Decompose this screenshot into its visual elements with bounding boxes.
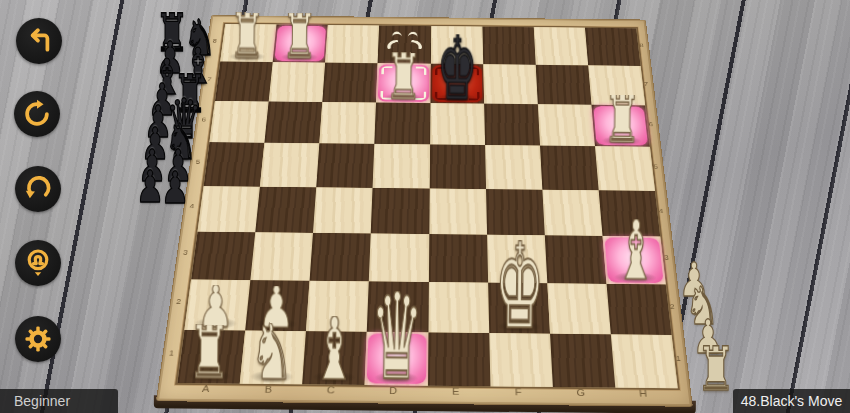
file-label-G: G: [549, 387, 613, 403]
file-label-B: B: [236, 384, 300, 399]
square-c6[interactable]: [320, 102, 377, 144]
piece-white-rook-a1[interactable]: ♜: [188, 324, 231, 382]
square-a4[interactable]: [198, 186, 260, 232]
piece-white-rook-a8[interactable]: ♜: [229, 12, 265, 61]
square-g8[interactable]: [534, 27, 589, 65]
move-status-badge: 48.Black's Move: [733, 389, 850, 413]
square-b8[interactable]: ♜: [273, 24, 328, 62]
square-a6[interactable]: [209, 101, 268, 143]
square-f5[interactable]: [485, 145, 542, 189]
piece-white-rook-h6[interactable]: ♜: [604, 95, 642, 146]
captured-black-pawn: ♟: [136, 170, 165, 204]
square-d6[interactable]: [375, 103, 430, 145]
square-e2[interactable]: [428, 282, 489, 333]
square-d5[interactable]: [373, 144, 430, 188]
square-b4[interactable]: [255, 186, 316, 232]
board-frame: ♜♜♜♚♜♝♟♟♚♜♞♝♛ ABCDEFGH 87654321 87654321: [156, 15, 693, 407]
captured-black-pawn: ♟: [161, 171, 190, 205]
square-f1[interactable]: [489, 333, 553, 387]
square-e4[interactable]: [429, 188, 487, 234]
square-g2[interactable]: [547, 283, 611, 334]
square-b7[interactable]: [269, 62, 326, 102]
square-h5[interactable]: [595, 146, 655, 190]
square-g5[interactable]: [540, 146, 599, 190]
piece-white-bishop-c1[interactable]: ♝: [313, 316, 356, 384]
square-g6[interactable]: [538, 104, 595, 146]
square-a5[interactable]: [204, 142, 265, 186]
square-c7[interactable]: [323, 63, 378, 103]
square-d1[interactable]: ♛: [365, 332, 428, 386]
square-e7[interactable]: ♚: [430, 64, 484, 104]
file-label-C: C: [299, 384, 362, 399]
file-label-A: A: [173, 383, 237, 398]
difficulty-badge: Beginner: [0, 389, 118, 413]
square-g3[interactable]: [545, 235, 607, 284]
piece-white-queen-d1[interactable]: ♛: [370, 291, 423, 385]
square-e1[interactable]: [428, 332, 491, 386]
square-a7[interactable]: [215, 62, 273, 102]
square-f2[interactable]: ♚: [488, 282, 550, 333]
square-c8[interactable]: [325, 25, 379, 63]
square-g7[interactable]: [536, 65, 592, 105]
square-e3[interactable]: [428, 234, 487, 283]
piece-white-bishop-h3[interactable]: ♝: [616, 219, 657, 284]
square-g1[interactable]: [550, 334, 615, 388]
file-label-H: H: [611, 388, 675, 404]
piece-black-king-e7[interactable]: ♚: [437, 34, 478, 103]
square-f8[interactable]: [482, 27, 535, 65]
square-h2[interactable]: [606, 284, 671, 335]
square-e5[interactable]: [429, 145, 485, 189]
square-d4[interactable]: [371, 188, 429, 234]
square-b5[interactable]: [260, 143, 320, 187]
square-a1[interactable]: ♜: [177, 330, 245, 384]
difficulty-label: Beginner: [14, 393, 70, 409]
square-c5[interactable]: [316, 144, 374, 188]
square-b1[interactable]: ♞: [240, 330, 306, 384]
square-f7[interactable]: [483, 64, 538, 104]
file-label-F: F: [487, 386, 550, 402]
piece-white-king-f2[interactable]: ♚: [495, 240, 545, 333]
move-status-label: 48.Black's Move: [741, 393, 843, 409]
square-e6[interactable]: [430, 103, 485, 145]
piece-white-rook-d7[interactable]: ♜: [385, 52, 422, 102]
file-label-D: D: [362, 385, 425, 401]
piece-white-knight-b1[interactable]: ♞: [249, 323, 294, 384]
square-a8[interactable]: ♜: [220, 24, 276, 62]
square-f6[interactable]: [484, 104, 540, 146]
square-c3[interactable]: [310, 233, 371, 282]
piece-white-rook-b8[interactable]: ♜: [281, 13, 317, 62]
square-c4[interactable]: [313, 187, 373, 233]
captured-white-rook: ♜: [696, 346, 735, 393]
square-c1[interactable]: ♝: [302, 331, 367, 385]
square-h3[interactable]: ♝: [602, 236, 665, 285]
square-g4[interactable]: [542, 189, 602, 235]
square-h6[interactable]: ♜: [591, 105, 650, 147]
square-h1[interactable]: [611, 334, 678, 388]
square-h8[interactable]: [585, 28, 641, 66]
chess-board[interactable]: ♜♜♜♚♜♝♟♟♚♜♞♝♛: [175, 23, 680, 390]
square-b6[interactable]: [264, 102, 322, 144]
file-label-E: E: [424, 386, 487, 402]
square-d7[interactable]: ♜: [376, 63, 430, 103]
